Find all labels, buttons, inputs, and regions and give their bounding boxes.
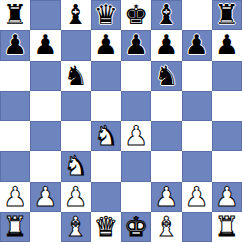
square-b7[interactable]: ♟	[30, 30, 60, 60]
square-f2[interactable]: ♟	[151, 182, 181, 212]
square-e2[interactable]	[121, 182, 151, 212]
piece-white-pawn[interactable]: ♟	[185, 182, 209, 212]
square-d1[interactable]: ♛	[91, 212, 121, 242]
piece-white-queen[interactable]: ♛	[94, 212, 118, 242]
piece-white-bishop[interactable]: ♝	[64, 212, 88, 242]
square-e3[interactable]	[121, 151, 151, 181]
square-e5[interactable]	[121, 91, 151, 121]
square-c8[interactable]: ♝	[61, 0, 91, 30]
square-f6[interactable]: ♞	[151, 61, 181, 91]
square-c6[interactable]: ♞	[61, 61, 91, 91]
square-f8[interactable]: ♝	[151, 0, 181, 30]
square-b4[interactable]	[30, 121, 60, 151]
square-d4[interactable]: ♞	[91, 121, 121, 151]
square-b1[interactable]	[30, 212, 60, 242]
square-a4[interactable]	[0, 121, 30, 151]
square-e7[interactable]: ♟	[121, 30, 151, 60]
square-d3[interactable]	[91, 151, 121, 181]
piece-black-pawn[interactable]: ♟	[215, 30, 239, 60]
square-a1[interactable]: ♜	[0, 212, 30, 242]
square-f4[interactable]	[151, 121, 181, 151]
piece-white-pawn[interactable]: ♟	[33, 182, 57, 212]
square-b2[interactable]: ♟	[30, 182, 60, 212]
square-c4[interactable]	[61, 121, 91, 151]
square-b8[interactable]	[30, 0, 60, 30]
square-a8[interactable]: ♜	[0, 0, 30, 30]
square-g6[interactable]	[182, 61, 212, 91]
square-d2[interactable]	[91, 182, 121, 212]
square-e8[interactable]: ♚	[121, 0, 151, 30]
piece-white-rook[interactable]: ♜	[3, 212, 27, 242]
piece-black-bishop[interactable]: ♝	[64, 0, 88, 30]
piece-white-pawn[interactable]: ♟	[215, 182, 239, 212]
square-a5[interactable]	[0, 91, 30, 121]
square-g1[interactable]	[182, 212, 212, 242]
piece-white-pawn[interactable]: ♟	[124, 121, 148, 151]
square-h5[interactable]	[212, 91, 242, 121]
piece-black-pawn[interactable]: ♟	[124, 30, 148, 60]
square-c5[interactable]	[61, 91, 91, 121]
square-g4[interactable]	[182, 121, 212, 151]
square-e6[interactable]	[121, 61, 151, 91]
piece-black-knight[interactable]: ♞	[64, 61, 88, 91]
square-g5[interactable]	[182, 91, 212, 121]
square-f1[interactable]: ♝	[151, 212, 181, 242]
piece-black-rook[interactable]: ♜	[3, 0, 27, 30]
square-h6[interactable]	[212, 61, 242, 91]
square-b6[interactable]	[30, 61, 60, 91]
square-h8[interactable]: ♜	[212, 0, 242, 30]
square-f3[interactable]	[151, 151, 181, 181]
piece-black-queen[interactable]: ♛	[94, 0, 118, 30]
square-g2[interactable]: ♟	[182, 182, 212, 212]
square-h7[interactable]: ♟	[212, 30, 242, 60]
piece-white-rook[interactable]: ♜	[215, 212, 239, 242]
square-a6[interactable]	[0, 61, 30, 91]
piece-black-pawn[interactable]: ♟	[185, 30, 209, 60]
square-f5[interactable]	[151, 91, 181, 121]
square-b5[interactable]	[30, 91, 60, 121]
square-d6[interactable]	[91, 61, 121, 91]
square-c1[interactable]: ♝	[61, 212, 91, 242]
square-e4[interactable]: ♟	[121, 121, 151, 151]
piece-black-pawn[interactable]: ♟	[3, 30, 27, 60]
square-h2[interactable]: ♟	[212, 182, 242, 212]
piece-white-pawn[interactable]: ♟	[3, 182, 27, 212]
square-a7[interactable]: ♟	[0, 30, 30, 60]
square-d7[interactable]: ♟	[91, 30, 121, 60]
square-a3[interactable]	[0, 151, 30, 181]
square-f7[interactable]: ♟	[151, 30, 181, 60]
piece-black-pawn[interactable]: ♟	[94, 30, 118, 60]
square-h3[interactable]	[212, 151, 242, 181]
piece-black-king[interactable]: ♚	[124, 0, 148, 30]
piece-white-pawn[interactable]: ♟	[64, 182, 88, 212]
square-g8[interactable]	[182, 0, 212, 30]
piece-black-pawn[interactable]: ♟	[154, 30, 178, 60]
piece-black-pawn[interactable]: ♟	[33, 30, 57, 60]
piece-white-pawn[interactable]: ♟	[154, 182, 178, 212]
square-a2[interactable]: ♟	[0, 182, 30, 212]
chess-board: ♜♝♛♚♝♜♟♟♟♟♟♟♟♞♞♞♟♞♟♟♟♟♟♟♜♝♛♚♝♜	[0, 0, 242, 242]
square-e1[interactable]: ♚	[121, 212, 151, 242]
piece-white-knight[interactable]: ♞	[94, 121, 118, 151]
square-c7[interactable]	[61, 30, 91, 60]
square-c3[interactable]: ♞	[61, 151, 91, 181]
square-d8[interactable]: ♛	[91, 0, 121, 30]
piece-white-king[interactable]: ♚	[124, 212, 148, 242]
piece-black-knight[interactable]: ♞	[154, 61, 178, 91]
square-b3[interactable]	[30, 151, 60, 181]
piece-white-bishop[interactable]: ♝	[154, 212, 178, 242]
piece-black-bishop[interactable]: ♝	[154, 0, 178, 30]
square-h4[interactable]	[212, 121, 242, 151]
piece-white-knight[interactable]: ♞	[64, 151, 88, 181]
square-g3[interactable]	[182, 151, 212, 181]
square-g7[interactable]: ♟	[182, 30, 212, 60]
square-c2[interactable]: ♟	[61, 182, 91, 212]
square-d5[interactable]	[91, 91, 121, 121]
square-h1[interactable]: ♜	[212, 212, 242, 242]
piece-black-rook[interactable]: ♜	[215, 0, 239, 30]
